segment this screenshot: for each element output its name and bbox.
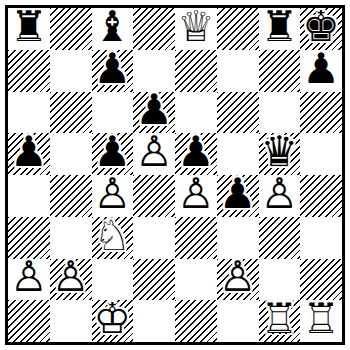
piece-face-glyph: ♙ bbox=[261, 173, 299, 215]
piece-black-pawn-c7: ♟♟ bbox=[92, 50, 134, 92]
piece-fill-glyph: ♜ bbox=[261, 298, 299, 340]
square-g7[interactable] bbox=[259, 50, 301, 92]
square-f6[interactable] bbox=[217, 92, 259, 134]
piece-black-pawn-h7: ♟♟ bbox=[300, 50, 342, 92]
square-b7[interactable] bbox=[50, 50, 92, 92]
square-e2[interactable] bbox=[175, 259, 217, 301]
square-a5[interactable]: ♟♟ bbox=[8, 133, 50, 175]
piece-fill-glyph: ♟ bbox=[10, 131, 48, 173]
square-c2[interactable] bbox=[92, 259, 134, 301]
square-c8[interactable]: ♝♝ bbox=[92, 8, 134, 50]
piece-face-glyph: ♔ bbox=[94, 298, 132, 340]
piece-white-queen-e8: ♛♕ bbox=[175, 8, 217, 50]
square-e7[interactable] bbox=[175, 50, 217, 92]
piece-face-glyph: ♚ bbox=[302, 6, 340, 48]
square-d2[interactable] bbox=[133, 259, 175, 301]
piece-fill-glyph: ♜ bbox=[261, 6, 299, 48]
piece-white-rook-g1: ♜♖ bbox=[259, 300, 301, 342]
square-g1[interactable]: ♜♖ bbox=[259, 300, 301, 342]
piece-face-glyph: ♕ bbox=[177, 6, 215, 48]
piece-face-glyph: ♖ bbox=[261, 298, 299, 340]
square-g2[interactable] bbox=[259, 259, 301, 301]
chess-board: ♜♜♝♝♛♕♜♜♚♚♟♟♟♟♟♟♟♟♟♟♟♙♟♟♛♛♟♙♟♙♟♟♟♙♞♘♟♙♟♙… bbox=[8, 8, 342, 342]
square-f8[interactable] bbox=[217, 8, 259, 50]
piece-fill-glyph: ♟ bbox=[177, 131, 215, 173]
piece-black-rook-a8: ♜♜ bbox=[8, 8, 50, 50]
piece-face-glyph: ♜ bbox=[261, 6, 299, 48]
square-a7[interactable] bbox=[8, 50, 50, 92]
piece-white-pawn-f2: ♟♙ bbox=[217, 259, 259, 301]
piece-black-queen-g5: ♛♛ bbox=[259, 133, 301, 175]
piece-face-glyph: ♖ bbox=[302, 298, 340, 340]
piece-black-pawn-e5: ♟♟ bbox=[175, 133, 217, 175]
piece-face-glyph: ♟ bbox=[219, 173, 257, 215]
square-a8[interactable]: ♜♜ bbox=[8, 8, 50, 50]
square-c4[interactable]: ♟♙ bbox=[92, 175, 134, 217]
square-e6[interactable] bbox=[175, 92, 217, 134]
piece-fill-glyph: ♟ bbox=[219, 173, 257, 215]
piece-white-knight-c3: ♞♘ bbox=[92, 217, 134, 259]
square-a4[interactable] bbox=[8, 175, 50, 217]
piece-face-glyph: ♘ bbox=[94, 215, 132, 257]
piece-black-rook-g8: ♜♜ bbox=[259, 8, 301, 50]
square-c6[interactable] bbox=[92, 92, 134, 134]
piece-fill-glyph: ♞ bbox=[94, 215, 132, 257]
board-frame: ♜♜♝♝♛♕♜♜♚♚♟♟♟♟♟♟♟♟♟♟♟♙♟♟♛♛♟♙♟♙♟♟♟♙♞♘♟♙♟♙… bbox=[5, 5, 345, 345]
square-h6[interactable] bbox=[300, 92, 342, 134]
piece-fill-glyph: ♟ bbox=[261, 173, 299, 215]
piece-fill-glyph: ♚ bbox=[302, 6, 340, 48]
square-b5[interactable] bbox=[50, 133, 92, 175]
square-d4[interactable] bbox=[133, 175, 175, 217]
piece-face-glyph: ♝ bbox=[94, 6, 132, 48]
piece-white-pawn-a2: ♟♙ bbox=[8, 259, 50, 301]
square-f7[interactable] bbox=[217, 50, 259, 92]
piece-black-king-h8: ♚♚ bbox=[300, 8, 342, 50]
piece-face-glyph: ♟ bbox=[177, 131, 215, 173]
piece-face-glyph: ♜ bbox=[10, 6, 48, 48]
square-g8[interactable]: ♜♜ bbox=[259, 8, 301, 50]
piece-fill-glyph: ♛ bbox=[177, 6, 215, 48]
piece-fill-glyph: ♜ bbox=[302, 298, 340, 340]
square-b2[interactable]: ♟♙ bbox=[50, 259, 92, 301]
square-a6[interactable] bbox=[8, 92, 50, 134]
piece-face-glyph: ♟ bbox=[94, 131, 132, 173]
square-c3[interactable]: ♞♘ bbox=[92, 217, 134, 259]
piece-face-glyph: ♙ bbox=[219, 257, 257, 299]
piece-white-pawn-b2: ♟♙ bbox=[50, 259, 92, 301]
piece-fill-glyph: ♟ bbox=[135, 90, 173, 132]
piece-white-king-c1: ♚♔ bbox=[92, 300, 134, 342]
piece-white-rook-h1: ♜♖ bbox=[300, 300, 342, 342]
square-e5[interactable]: ♟♟ bbox=[175, 133, 217, 175]
square-e4[interactable]: ♟♙ bbox=[175, 175, 217, 217]
piece-black-pawn-a5: ♟♟ bbox=[8, 133, 50, 175]
piece-black-pawn-d6: ♟♟ bbox=[133, 92, 175, 134]
square-f3[interactable] bbox=[217, 217, 259, 259]
piece-face-glyph: ♟ bbox=[302, 48, 340, 90]
piece-fill-glyph: ♜ bbox=[10, 6, 48, 48]
piece-face-glyph: ♟ bbox=[10, 131, 48, 173]
square-f5[interactable] bbox=[217, 133, 259, 175]
square-a1[interactable] bbox=[8, 300, 50, 342]
square-h4[interactable] bbox=[300, 175, 342, 217]
square-e8[interactable]: ♛♕ bbox=[175, 8, 217, 50]
piece-fill-glyph: ♟ bbox=[10, 257, 48, 299]
square-a2[interactable]: ♟♙ bbox=[8, 259, 50, 301]
square-h7[interactable]: ♟♟ bbox=[300, 50, 342, 92]
piece-face-glyph: ♙ bbox=[52, 257, 90, 299]
chess-diagram: ♜♜♝♝♛♕♜♜♚♚♟♟♟♟♟♟♟♟♟♟♟♙♟♟♛♛♟♙♟♙♟♟♟♙♞♘♟♙♟♙… bbox=[0, 0, 350, 350]
piece-fill-glyph: ♟ bbox=[177, 173, 215, 215]
piece-face-glyph: ♙ bbox=[135, 131, 173, 173]
square-d8[interactable] bbox=[133, 8, 175, 50]
piece-black-pawn-f4: ♟♟ bbox=[217, 175, 259, 217]
square-b8[interactable] bbox=[50, 8, 92, 50]
square-h3[interactable] bbox=[300, 217, 342, 259]
square-f4[interactable]: ♟♟ bbox=[217, 175, 259, 217]
piece-white-pawn-g4: ♟♙ bbox=[259, 175, 301, 217]
piece-face-glyph: ♟ bbox=[135, 90, 173, 132]
piece-fill-glyph: ♟ bbox=[94, 131, 132, 173]
piece-fill-glyph: ♟ bbox=[52, 257, 90, 299]
square-d5[interactable]: ♟♙ bbox=[133, 133, 175, 175]
piece-face-glyph: ♙ bbox=[177, 173, 215, 215]
square-c5[interactable]: ♟♟ bbox=[92, 133, 134, 175]
square-h2[interactable] bbox=[300, 259, 342, 301]
square-b4[interactable] bbox=[50, 175, 92, 217]
square-h8[interactable]: ♚♚ bbox=[300, 8, 342, 50]
piece-black-pawn-c5: ♟♟ bbox=[92, 133, 134, 175]
square-e1[interactable] bbox=[175, 300, 217, 342]
piece-white-pawn-e4: ♟♙ bbox=[175, 175, 217, 217]
square-a3[interactable] bbox=[8, 217, 50, 259]
piece-fill-glyph: ♟ bbox=[94, 48, 132, 90]
square-c7[interactable]: ♟♟ bbox=[92, 50, 134, 92]
square-c1[interactable]: ♚♔ bbox=[92, 300, 134, 342]
piece-fill-glyph: ♛ bbox=[261, 131, 299, 173]
piece-face-glyph: ♙ bbox=[94, 173, 132, 215]
piece-face-glyph: ♙ bbox=[10, 257, 48, 299]
square-d7[interactable] bbox=[133, 50, 175, 92]
square-b3[interactable] bbox=[50, 217, 92, 259]
piece-fill-glyph: ♚ bbox=[94, 298, 132, 340]
square-f1[interactable] bbox=[217, 300, 259, 342]
piece-face-glyph: ♛ bbox=[261, 131, 299, 173]
square-d1[interactable] bbox=[133, 300, 175, 342]
piece-face-glyph: ♟ bbox=[94, 48, 132, 90]
square-h5[interactable] bbox=[300, 133, 342, 175]
piece-fill-glyph: ♟ bbox=[94, 173, 132, 215]
piece-white-pawn-c4: ♟♙ bbox=[92, 175, 134, 217]
square-g6[interactable] bbox=[259, 92, 301, 134]
square-b1[interactable] bbox=[50, 300, 92, 342]
square-d3[interactable] bbox=[133, 217, 175, 259]
square-f2[interactable]: ♟♙ bbox=[217, 259, 259, 301]
square-d6[interactable]: ♟♟ bbox=[133, 92, 175, 134]
square-g3[interactable] bbox=[259, 217, 301, 259]
square-g5[interactable]: ♛♛ bbox=[259, 133, 301, 175]
piece-fill-glyph: ♝ bbox=[94, 6, 132, 48]
piece-fill-glyph: ♟ bbox=[135, 131, 173, 173]
square-e3[interactable] bbox=[175, 217, 217, 259]
piece-white-pawn-d5: ♟♙ bbox=[133, 133, 175, 175]
square-h1[interactable]: ♜♖ bbox=[300, 300, 342, 342]
piece-fill-glyph: ♟ bbox=[302, 48, 340, 90]
square-g4[interactable]: ♟♙ bbox=[259, 175, 301, 217]
square-b6[interactable] bbox=[50, 92, 92, 134]
piece-fill-glyph: ♟ bbox=[219, 257, 257, 299]
piece-black-bishop-c8: ♝♝ bbox=[92, 8, 134, 50]
